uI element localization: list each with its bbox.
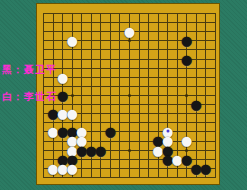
board-point[interactable]: ●: [106, 127, 116, 136]
white-stone: ●: [124, 25, 135, 38]
go-app-window: ●●●●●●●●●●●●●●●●●●●●●●●●●●●●●●●●●●●●● 黑：…: [0, 0, 247, 190]
board-point[interactable]: ●: [191, 100, 201, 109]
white-stone: ●: [66, 162, 77, 175]
board-point[interactable]: ●: [67, 36, 77, 45]
black-stone: ●: [105, 125, 116, 138]
white-player-label: 白：李世石: [2, 90, 57, 104]
black-stone: ●: [57, 89, 68, 102]
board-point[interactable]: ●: [67, 109, 77, 118]
last-move-marker: [166, 129, 169, 132]
black-stone: ●: [200, 162, 211, 175]
white-stone: ●: [66, 34, 77, 47]
board-point[interactable]: ●: [125, 27, 135, 36]
hoshi-point: [128, 149, 131, 152]
board-point[interactable]: ●: [58, 73, 68, 82]
black-stone: ●: [181, 34, 192, 47]
go-board[interactable]: ●●●●●●●●●●●●●●●●●●●●●●●●●●●●●●●●●●●●●: [36, 3, 220, 185]
board-point[interactable]: ●: [201, 164, 211, 173]
white-stone: ●: [181, 134, 192, 147]
white-stone: ●: [66, 107, 77, 120]
black-stone: ●: [191, 98, 202, 111]
board-point[interactable]: ●: [182, 36, 192, 45]
hoshi-point: [71, 94, 74, 97]
black-stone: ●: [181, 53, 192, 66]
board-point[interactable]: ●: [58, 91, 68, 100]
hoshi-point: [128, 94, 131, 97]
board-point[interactable]: ●: [182, 136, 192, 145]
board-point[interactable]: ●: [67, 164, 77, 173]
board-point[interactable]: ●: [96, 146, 106, 155]
black-stone: ●: [95, 144, 106, 157]
white-stone: ●: [57, 71, 68, 84]
black-player-label: 黑：聂卫平: [2, 63, 57, 77]
board-point[interactable]: ●: [182, 54, 192, 63]
